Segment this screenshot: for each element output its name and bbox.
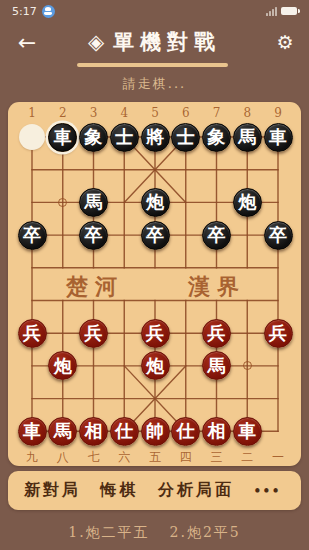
piece-black-soldier[interactable]: 卒 (18, 221, 47, 250)
last-move-from-marker (19, 124, 45, 150)
clock-time: 5:17 (12, 5, 37, 18)
back-button[interactable]: ← (10, 22, 44, 62)
piece-red-advisor[interactable]: 仕 (110, 417, 139, 446)
piece-red-rook[interactable]: 車 (18, 417, 47, 446)
river-label-left: 楚河 (66, 272, 124, 302)
piece-black-horse[interactable]: 馬 (233, 123, 262, 152)
piece-black-rook[interactable]: 車 (264, 123, 293, 152)
more-button[interactable]: ••• (253, 484, 281, 498)
piece-red-soldier[interactable]: 兵 (202, 319, 231, 348)
piece-black-rook[interactable]: 車 (48, 123, 77, 152)
file-label-top-6: 6 (176, 106, 196, 120)
file-label-top-7: 7 (207, 106, 227, 120)
file-label-bottom-六: 六 (114, 449, 134, 466)
status-bar-right (266, 7, 297, 16)
piece-red-elephant[interactable]: 相 (79, 417, 108, 446)
file-label-top-2: 2 (53, 106, 73, 120)
piece-red-cannon[interactable]: 炮 (141, 351, 170, 380)
signal-icon (266, 7, 277, 16)
file-label-bottom-二: 二 (237, 449, 257, 466)
file-label-top-4: 4 (114, 106, 134, 120)
new-game-button[interactable]: 新對局 (24, 480, 81, 501)
battery-icon (281, 7, 297, 16)
app-notification-icon (42, 5, 55, 18)
game-toolbar: 新對局悔棋分析局面••• (8, 471, 301, 510)
piece-red-soldier[interactable]: 兵 (18, 319, 47, 348)
file-label-bottom-八: 八 (53, 449, 73, 466)
file-label-bottom-三: 三 (207, 449, 227, 466)
file-label-bottom-四: 四 (176, 449, 196, 466)
river-label-right: 漢界 (188, 272, 246, 302)
piece-black-advisor[interactable]: 士 (171, 123, 200, 152)
piece-black-cannon[interactable]: 炮 (233, 188, 262, 217)
piece-black-elephant[interactable]: 象 (79, 123, 108, 152)
piece-black-advisor[interactable]: 士 (110, 123, 139, 152)
piece-red-advisor[interactable]: 仕 (171, 417, 200, 446)
title-group: ◈ 單機對戰 (88, 28, 221, 56)
file-label-bottom-九: 九 (22, 449, 42, 466)
piece-red-soldier[interactable]: 兵 (264, 319, 293, 348)
analyze-button[interactable]: 分析局面 (158, 480, 234, 501)
file-label-bottom-七: 七 (84, 449, 104, 466)
piece-black-elephant[interactable]: 象 (202, 123, 231, 152)
piece-red-soldier[interactable]: 兵 (79, 319, 108, 348)
file-label-top-8: 8 (237, 106, 257, 120)
piece-red-rook[interactable]: 車 (233, 417, 262, 446)
turn-prompt: 請走棋... (0, 75, 309, 93)
piece-black-soldier[interactable]: 卒 (79, 221, 108, 250)
file-label-bottom-一: 一 (268, 449, 288, 466)
piece-black-soldier[interactable]: 卒 (141, 221, 170, 250)
piece-black-soldier[interactable]: 卒 (202, 221, 231, 250)
piece-black-cannon[interactable]: 炮 (141, 188, 170, 217)
board-grid (8, 102, 301, 466)
gear-icon[interactable]: ⚙ (269, 22, 301, 62)
status-bar: 5:17 (0, 0, 309, 22)
page-title: 單機對戰 (113, 28, 221, 56)
piece-red-horse[interactable]: 馬 (48, 417, 77, 446)
piece-black-horse[interactable]: 馬 (79, 188, 108, 217)
piece-black-soldier[interactable]: 卒 (264, 221, 293, 250)
move-entry: 1.炮二平五 (68, 524, 149, 542)
piece-red-soldier[interactable]: 兵 (141, 319, 170, 348)
undo-button[interactable]: 悔棋 (100, 480, 138, 501)
status-bar-left: 5:17 (12, 5, 55, 18)
move-entry: 2.炮2平5 (170, 524, 241, 542)
file-label-top-1: 1 (22, 106, 42, 120)
move-list: 1.炮二平五2.炮2平5 (0, 524, 309, 542)
file-label-top-3: 3 (84, 106, 104, 120)
file-label-top-9: 9 (268, 106, 288, 120)
app-bar: ← ◈ 單機對戰 ⚙ (0, 22, 309, 62)
piece-red-elephant[interactable]: 相 (202, 417, 231, 446)
app-screen: 5:17 ← ◈ 單機對戰 ⚙ 請走棋... 123456789 (0, 0, 309, 550)
diamond-icon: ◈ (88, 32, 104, 53)
piece-red-king[interactable]: 帥 (141, 417, 170, 446)
file-label-bottom-五: 五 (145, 449, 165, 466)
piece-black-general[interactable]: 將 (141, 123, 170, 152)
file-label-top-5: 5 (145, 106, 165, 120)
title-divider (77, 63, 228, 67)
xiangqi-board[interactable]: 123456789 九八七六五四三二一 楚河 漢界 車象士將士象馬車馬炮炮卒卒卒… (8, 102, 301, 466)
